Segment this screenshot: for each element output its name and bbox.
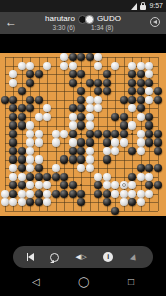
stone-white — [137, 138, 145, 146]
stone-white — [60, 130, 68, 138]
stone-black — [137, 79, 145, 87]
stone-black — [86, 53, 94, 61]
stone-black — [145, 79, 153, 87]
stone-white — [120, 138, 128, 146]
stone-white — [26, 147, 34, 155]
stone-white — [26, 155, 34, 163]
stone-black — [77, 155, 85, 163]
stone-black — [145, 181, 153, 189]
app-bar: ← harutaro GUDO 3:30 (6) 1:34 (8) — [0, 12, 166, 34]
stone-black — [77, 198, 85, 206]
stone-white — [145, 96, 153, 104]
stone-black — [69, 79, 77, 87]
stone-white — [9, 164, 17, 172]
stone-white — [69, 113, 77, 121]
stone-black — [77, 138, 85, 146]
clocks-row: 3:30 (6) 1:34 (8) — [0, 24, 166, 32]
stone-white — [1, 190, 9, 198]
stone-black — [154, 96, 162, 104]
player-white-name: GUDO — [97, 14, 121, 24]
stone-black — [77, 53, 85, 61]
stone-white — [86, 104, 94, 112]
stone-black — [103, 79, 111, 87]
stone-black — [103, 130, 111, 138]
stone-black — [128, 79, 136, 87]
stone-white — [137, 62, 145, 70]
stone-black — [145, 138, 153, 146]
go-board[interactable] — [0, 53, 166, 216]
stone-white — [145, 70, 153, 78]
nav-recents-icon[interactable]: □ — [128, 276, 134, 288]
stone-white — [18, 173, 26, 181]
stone-black — [26, 173, 34, 181]
stone-white — [35, 155, 43, 163]
stone-white — [128, 62, 136, 70]
stone-white — [9, 198, 17, 206]
stone-white — [69, 138, 77, 146]
stone-black — [26, 96, 34, 104]
stone-black — [35, 96, 43, 104]
stone-white — [86, 164, 94, 172]
stone-black — [120, 130, 128, 138]
stone-black — [18, 155, 26, 163]
stone-black — [9, 138, 17, 146]
stone-black — [137, 164, 145, 172]
stone-black — [94, 130, 102, 138]
stone-white — [128, 104, 136, 112]
stone-black — [128, 96, 136, 104]
stone-black — [9, 181, 17, 189]
stone-white — [9, 173, 17, 181]
stone-black — [69, 190, 77, 198]
stone-black — [111, 207, 119, 215]
stone-white — [43, 198, 51, 206]
stone-white — [103, 147, 111, 155]
stone-white — [137, 190, 145, 198]
stone-white — [86, 96, 94, 104]
stone-white — [18, 198, 26, 206]
stone-white — [60, 53, 68, 61]
stone-white — [137, 147, 145, 155]
stone-white — [9, 70, 17, 78]
stone-white — [43, 104, 51, 112]
stone-black — [128, 173, 136, 181]
stone-white — [111, 62, 119, 70]
stone-black — [52, 173, 60, 181]
stone-black — [120, 121, 128, 129]
black-clock: 3:30 (6) — [53, 24, 75, 32]
stone-white — [18, 190, 26, 198]
stone-white — [111, 181, 119, 189]
stone-white — [26, 130, 34, 138]
phone-screen: 9:57 ← harutaro GUDO 3:30 (6) 1:34 (8) ◀… — [0, 0, 166, 296]
stone-white — [35, 130, 43, 138]
stone-black — [154, 138, 162, 146]
stone-black — [9, 121, 17, 129]
playback-toolbar: ◀▷ i ▲ — [13, 246, 153, 268]
stone-white — [111, 147, 119, 155]
android-nav-bar: ◁ ◯ □ — [0, 272, 166, 292]
stone-white — [111, 138, 119, 146]
white-clock: 1:34 (8) — [91, 24, 113, 32]
stone-white — [94, 53, 102, 61]
stone-black — [128, 198, 136, 206]
stone-black — [9, 147, 17, 155]
stone-white — [26, 190, 34, 198]
stone-black — [111, 113, 119, 121]
stone-white — [69, 62, 77, 70]
signal-icon — [131, 3, 137, 10]
stone-black — [154, 130, 162, 138]
stone-white — [137, 173, 145, 181]
stone-white — [35, 181, 43, 189]
stone-black — [18, 164, 26, 172]
player-black-name: harutaro — [45, 14, 75, 24]
stone-white — [120, 190, 128, 198]
stone-black — [128, 70, 136, 78]
stone-white — [137, 198, 145, 206]
stone-black — [145, 121, 153, 129]
stone-white — [145, 190, 153, 198]
comment-bubble-icon[interactable] — [50, 253, 59, 262]
stone-black — [77, 147, 85, 155]
stone-black — [26, 198, 34, 206]
stone-black — [9, 155, 17, 163]
stone-black — [154, 164, 162, 172]
stone-black — [94, 79, 102, 87]
stone-black — [69, 147, 77, 155]
stone-black — [9, 96, 17, 104]
stone-white — [86, 113, 94, 121]
stone-black — [35, 70, 43, 78]
stone-white — [137, 113, 145, 121]
stone-white — [18, 62, 26, 70]
stone-white — [94, 173, 102, 181]
stone-black — [111, 130, 119, 138]
stone-black — [69, 70, 77, 78]
stone-black — [18, 87, 26, 95]
stone-black — [94, 87, 102, 95]
stone-white — [52, 130, 60, 138]
stone-white — [43, 181, 51, 189]
stone-black — [120, 113, 128, 121]
stone-black — [94, 190, 102, 198]
stone-white — [35, 113, 43, 121]
stone-black — [9, 104, 17, 112]
skip-to-start-icon[interactable] — [27, 253, 35, 261]
stone-black — [35, 198, 43, 206]
stone-black — [77, 113, 85, 121]
lock-icon — [140, 5, 146, 10]
stone-white — [26, 121, 34, 129]
stone-black — [103, 87, 111, 95]
stone-black — [86, 138, 94, 146]
stone-white — [94, 96, 102, 104]
stone-white — [86, 147, 94, 155]
stone-white — [77, 164, 85, 172]
stone-black — [18, 113, 26, 121]
stone-white — [145, 87, 153, 95]
stone-black — [35, 173, 43, 181]
stone-black — [77, 96, 85, 104]
stone-black — [128, 147, 136, 155]
stone-black — [77, 87, 85, 95]
info-icon[interactable]: i — [103, 252, 113, 262]
stone-white — [35, 138, 43, 146]
stone-black — [9, 113, 17, 121]
stone-black — [69, 104, 77, 112]
stone-white — [43, 190, 51, 198]
stone-black — [43, 173, 51, 181]
stone-white — [52, 164, 60, 172]
stone-black — [60, 190, 68, 198]
stone-white — [103, 173, 111, 181]
stone-black — [103, 190, 111, 198]
stone-black — [137, 96, 145, 104]
stone-white — [60, 62, 68, 70]
stone-black — [103, 198, 111, 206]
stone-white — [128, 181, 136, 189]
stone-white — [145, 173, 153, 181]
nav-home-icon[interactable]: ◯ — [78, 276, 89, 288]
stone-black — [137, 70, 145, 78]
nav-back-icon[interactable]: ◁ — [32, 276, 40, 288]
stone-white — [103, 181, 111, 189]
stone-black — [137, 87, 145, 95]
stone-white — [43, 113, 51, 121]
step-back-forward-icon[interactable]: ◀▷ — [75, 253, 87, 261]
stone-black — [18, 104, 26, 112]
stone-black — [69, 130, 77, 138]
stone-black — [26, 104, 34, 112]
stone-white — [52, 138, 60, 146]
stone-black — [26, 70, 34, 78]
stone-black — [77, 104, 85, 112]
stone-white — [86, 155, 94, 163]
stone-black — [18, 147, 26, 155]
cursor-arrow-icon[interactable]: ▲ — [127, 251, 140, 263]
stone-black — [52, 190, 60, 198]
stone-black — [18, 121, 26, 129]
stone-white — [94, 104, 102, 112]
stone-black — [35, 164, 43, 172]
status-time: 9:57 — [149, 0, 163, 12]
stone-white — [94, 62, 102, 70]
stone-black — [103, 155, 111, 163]
stone-black — [103, 138, 111, 146]
stones-color-icon — [78, 15, 94, 24]
stone-white — [128, 121, 136, 129]
stone-white — [86, 121, 94, 129]
stone-black — [26, 79, 34, 87]
stone-black — [69, 155, 77, 163]
stone-black — [154, 87, 162, 95]
stone-white — [9, 79, 17, 87]
stone-black — [60, 181, 68, 189]
stone-black — [86, 130, 94, 138]
stone-white — [43, 62, 51, 70]
stone-black — [69, 53, 77, 61]
stone-black — [9, 190, 17, 198]
stone-black — [120, 96, 128, 104]
stone-black — [145, 164, 153, 172]
stone-black — [60, 173, 68, 181]
stone-black — [1, 96, 9, 104]
stone-black — [69, 181, 77, 189]
stone-black — [154, 147, 162, 155]
stone-black — [60, 155, 68, 163]
stone-black — [103, 70, 111, 78]
stone-black — [145, 130, 153, 138]
stone-black — [145, 113, 153, 121]
stone-white — [145, 62, 153, 70]
stone-white — [26, 164, 34, 172]
stone-white — [120, 198, 128, 206]
stone-black — [137, 104, 145, 112]
stone-white — [26, 181, 34, 189]
stone-black — [86, 79, 94, 87]
game-title: harutaro GUDO — [0, 14, 166, 24]
stone-black — [9, 130, 17, 138]
stone-black — [18, 181, 26, 189]
stone-black — [128, 87, 136, 95]
stone-white — [137, 130, 145, 138]
stone-black — [77, 70, 85, 78]
stone-white — [128, 190, 136, 198]
stone-black — [77, 190, 85, 198]
stone-white — [1, 198, 9, 206]
stone-black — [77, 121, 85, 129]
stone-white — [111, 190, 119, 198]
stone-white — [26, 62, 34, 70]
stone-white — [69, 121, 77, 129]
stone-white — [26, 138, 34, 146]
stone-black — [35, 190, 43, 198]
stone-black — [154, 181, 162, 189]
stone-black — [94, 181, 102, 189]
status-bar: 9:57 — [0, 0, 166, 12]
replay-circle-icon[interactable] — [150, 17, 160, 27]
